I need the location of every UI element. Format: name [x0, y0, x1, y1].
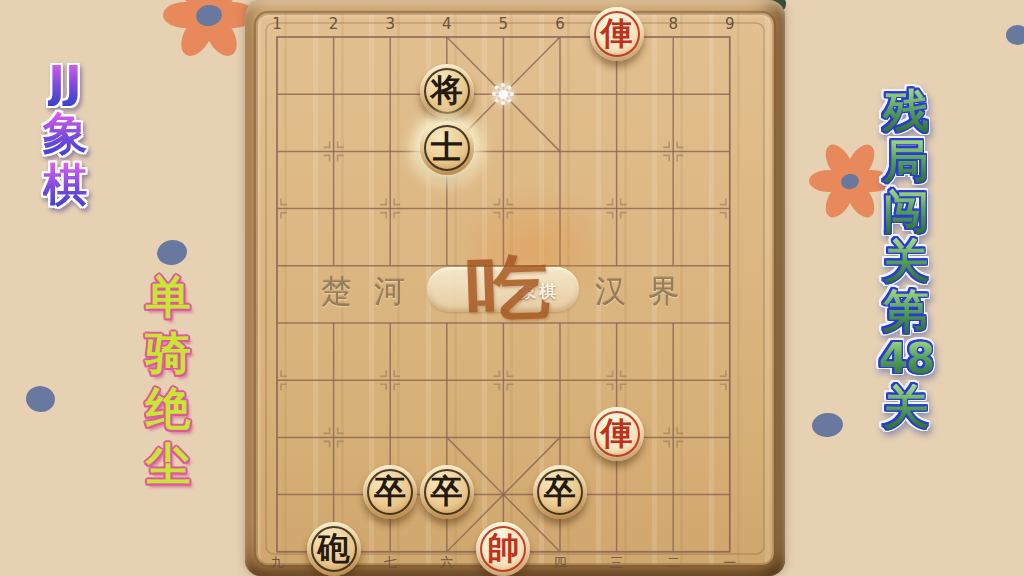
- column-label-top: 9: [719, 15, 741, 33]
- piece-red-chariot[interactable]: 俥: [590, 7, 644, 61]
- vertical-text-char: 尘: [146, 442, 191, 487]
- puzzle-name-vertical: 单骑绝尘: [141, 274, 195, 487]
- piece-glyph: 砲: [318, 532, 350, 564]
- column-label-bottom: 四: [549, 554, 571, 572]
- column-label-top: 5: [492, 15, 514, 33]
- piece-black-advisor[interactable]: 士: [420, 121, 474, 175]
- river-label-left: 楚河: [321, 271, 427, 313]
- column-label-top: 1: [266, 15, 288, 33]
- piece-glyph: 士: [431, 131, 463, 163]
- column-label-top: 2: [323, 15, 345, 33]
- piece-glyph: 卒: [544, 475, 576, 507]
- vertical-text-char: 残: [883, 88, 929, 134]
- piece-black-general[interactable]: 将: [420, 64, 474, 118]
- vertical-text-char: 骑: [146, 330, 191, 375]
- river-label-right: 汉界: [595, 271, 701, 313]
- column-label-top: 3: [379, 15, 401, 33]
- eat-watermark: 吃: [437, 247, 580, 330]
- piece-black-soldier[interactable]: 卒: [420, 465, 474, 519]
- piece-black-cannon[interactable]: 砲: [307, 522, 361, 576]
- piece-glyph: 俥: [601, 417, 633, 449]
- app-title-vertical: JJ象棋: [30, 60, 100, 208]
- column-label-bottom: 九: [266, 554, 288, 572]
- vertical-text-char: 单: [146, 274, 191, 319]
- vertical-text-char: 闯: [883, 188, 929, 234]
- dot-decoration: [1006, 25, 1024, 45]
- column-label-bottom: 七: [379, 554, 401, 572]
- column-label-bottom: 一: [719, 554, 741, 572]
- dot-decoration: [811, 411, 844, 438]
- piece-red-chariot[interactable]: 俥: [590, 407, 644, 461]
- piece-glyph: 俥: [601, 17, 633, 49]
- level-title-vertical: 残局闯关第48关: [876, 88, 936, 430]
- game-screen: 楚河 汉界 象棋 吃 123456789九八七六五四三二一 俥将士俥卒卒卒砲帥 …: [0, 0, 1024, 576]
- column-label-top: 4: [436, 15, 458, 33]
- xiangqi-board[interactable]: 楚河 汉界 象棋 吃 123456789九八七六五四三二一 俥将士俥卒卒卒砲帥: [245, 0, 785, 576]
- last-move-sparkle: [490, 81, 516, 107]
- piece-glyph: 帥: [487, 532, 519, 564]
- vertical-text-char: 关: [883, 384, 929, 430]
- piece-glyph: 将: [431, 74, 463, 106]
- dot-decoration: [155, 238, 189, 268]
- piece-black-soldier[interactable]: 卒: [363, 465, 417, 519]
- column-label-top: 6: [549, 15, 571, 33]
- vertical-text-char: JJ: [48, 60, 82, 106]
- column-label-bottom: 三: [606, 554, 628, 572]
- piece-glyph: 卒: [431, 475, 463, 507]
- piece-red-general[interactable]: 帥: [476, 522, 530, 576]
- vertical-text-char: 象: [43, 111, 88, 157]
- vertical-text-char: 关: [883, 238, 929, 284]
- piece-glyph: 卒: [374, 475, 406, 507]
- column-label-bottom: 二: [662, 554, 684, 572]
- piece-black-soldier[interactable]: 卒: [533, 465, 587, 519]
- dot-decoration: [24, 384, 56, 414]
- vertical-text-char: 第: [883, 288, 929, 334]
- column-label-top: 8: [662, 15, 684, 33]
- vertical-text-char: 48: [879, 338, 933, 380]
- column-label-bottom: 六: [436, 554, 458, 572]
- vertical-text-char: 棋: [43, 162, 88, 208]
- vertical-text-char: 局: [883, 138, 929, 184]
- vertical-text-char: 绝: [146, 386, 191, 431]
